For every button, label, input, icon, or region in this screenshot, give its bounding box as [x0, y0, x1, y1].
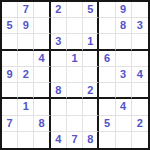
cell-r7c4[interactable]: [51, 99, 67, 115]
cell-r6c7[interactable]: [99, 83, 115, 99]
cell-r7c9[interactable]: [132, 99, 148, 115]
cell-r4c8[interactable]: [116, 51, 132, 67]
cell-r4c7: 6: [99, 51, 115, 67]
cell-r2c1: 5: [2, 18, 18, 34]
cell-r6c6: 2: [83, 83, 99, 99]
sudoku-board: 7259598331416923482147852478: [0, 0, 150, 150]
cell-r4c6[interactable]: [83, 51, 99, 67]
cell-r2c3[interactable]: [34, 18, 50, 34]
cell-r9c9[interactable]: [132, 132, 148, 148]
cell-r5c5[interactable]: [67, 67, 83, 83]
cell-r8c1: 7: [2, 116, 18, 132]
cell-r4c5: 1: [67, 51, 83, 67]
cell-r1c4: 2: [51, 2, 67, 18]
cell-r1c7[interactable]: [99, 2, 115, 18]
cell-r5c1: 9: [2, 67, 18, 83]
cell-r9c1[interactable]: [2, 132, 18, 148]
cell-r4c9[interactable]: [132, 51, 148, 67]
cell-r8c4[interactable]: [51, 116, 67, 132]
cell-r7c6[interactable]: [83, 99, 99, 115]
cell-r4c1[interactable]: [2, 51, 18, 67]
cell-r1c2: 7: [18, 2, 34, 18]
cell-r3c2[interactable]: [18, 34, 34, 50]
cell-r5c9: 4: [132, 67, 148, 83]
cell-r1c6: 5: [83, 2, 99, 18]
cell-r2c2: 9: [18, 18, 34, 34]
cell-r6c1[interactable]: [2, 83, 18, 99]
cell-r7c1[interactable]: [2, 99, 18, 115]
cell-r2c6[interactable]: [83, 18, 99, 34]
cell-r6c9[interactable]: [132, 83, 148, 99]
cell-r3c3[interactable]: [34, 34, 50, 50]
cell-r2c4[interactable]: [51, 18, 67, 34]
cell-r3c1[interactable]: [2, 34, 18, 50]
cell-r3c4: 3: [51, 34, 67, 50]
cell-r7c3[interactable]: [34, 99, 50, 115]
cell-r8c5[interactable]: [67, 116, 83, 132]
cell-r2c8: 8: [116, 18, 132, 34]
cell-r5c4[interactable]: [51, 67, 67, 83]
cell-r9c8[interactable]: [116, 132, 132, 148]
cell-r5c7[interactable]: [99, 67, 115, 83]
cell-r5c6[interactable]: [83, 67, 99, 83]
cell-r6c5[interactable]: [67, 83, 83, 99]
cell-r9c5: 7: [67, 132, 83, 148]
cell-r3c8[interactable]: [116, 34, 132, 50]
cell-r7c7[interactable]: [99, 99, 115, 115]
cell-r7c2: 1: [18, 99, 34, 115]
cell-r8c8[interactable]: [116, 116, 132, 132]
cell-r3c7[interactable]: [99, 34, 115, 50]
cell-r1c9[interactable]: [132, 2, 148, 18]
cell-r1c1[interactable]: [2, 2, 18, 18]
cell-r9c6: 8: [83, 132, 99, 148]
cell-r9c7[interactable]: [99, 132, 115, 148]
cell-r1c3[interactable]: [34, 2, 50, 18]
cell-r3c5[interactable]: [67, 34, 83, 50]
cell-r8c7: 5: [99, 116, 115, 132]
cell-r9c4: 4: [51, 132, 67, 148]
cell-r5c3[interactable]: [34, 67, 50, 83]
cell-r9c3[interactable]: [34, 132, 50, 148]
cell-r4c4[interactable]: [51, 51, 67, 67]
cell-r6c8[interactable]: [116, 83, 132, 99]
cell-r3c9[interactable]: [132, 34, 148, 50]
cell-r1c8: 9: [116, 2, 132, 18]
cell-r6c4: 8: [51, 83, 67, 99]
cell-r6c2[interactable]: [18, 83, 34, 99]
cell-r7c8: 4: [116, 99, 132, 115]
cell-r2c7[interactable]: [99, 18, 115, 34]
cell-r4c2[interactable]: [18, 51, 34, 67]
cell-r9c2[interactable]: [18, 132, 34, 148]
cell-r8c2[interactable]: [18, 116, 34, 132]
cell-r2c5[interactable]: [67, 18, 83, 34]
cell-r5c2: 2: [18, 67, 34, 83]
cell-r5c8: 3: [116, 67, 132, 83]
cell-r4c3: 4: [34, 51, 50, 67]
cell-r7c5[interactable]: [67, 99, 83, 115]
cell-r1c5[interactable]: [67, 2, 83, 18]
cell-r8c9: 2: [132, 116, 148, 132]
cell-r3c6: 1: [83, 34, 99, 50]
cell-r8c3: 8: [34, 116, 50, 132]
cell-r8c6[interactable]: [83, 116, 99, 132]
cell-r6c3[interactable]: [34, 83, 50, 99]
cell-r2c9: 3: [132, 18, 148, 34]
